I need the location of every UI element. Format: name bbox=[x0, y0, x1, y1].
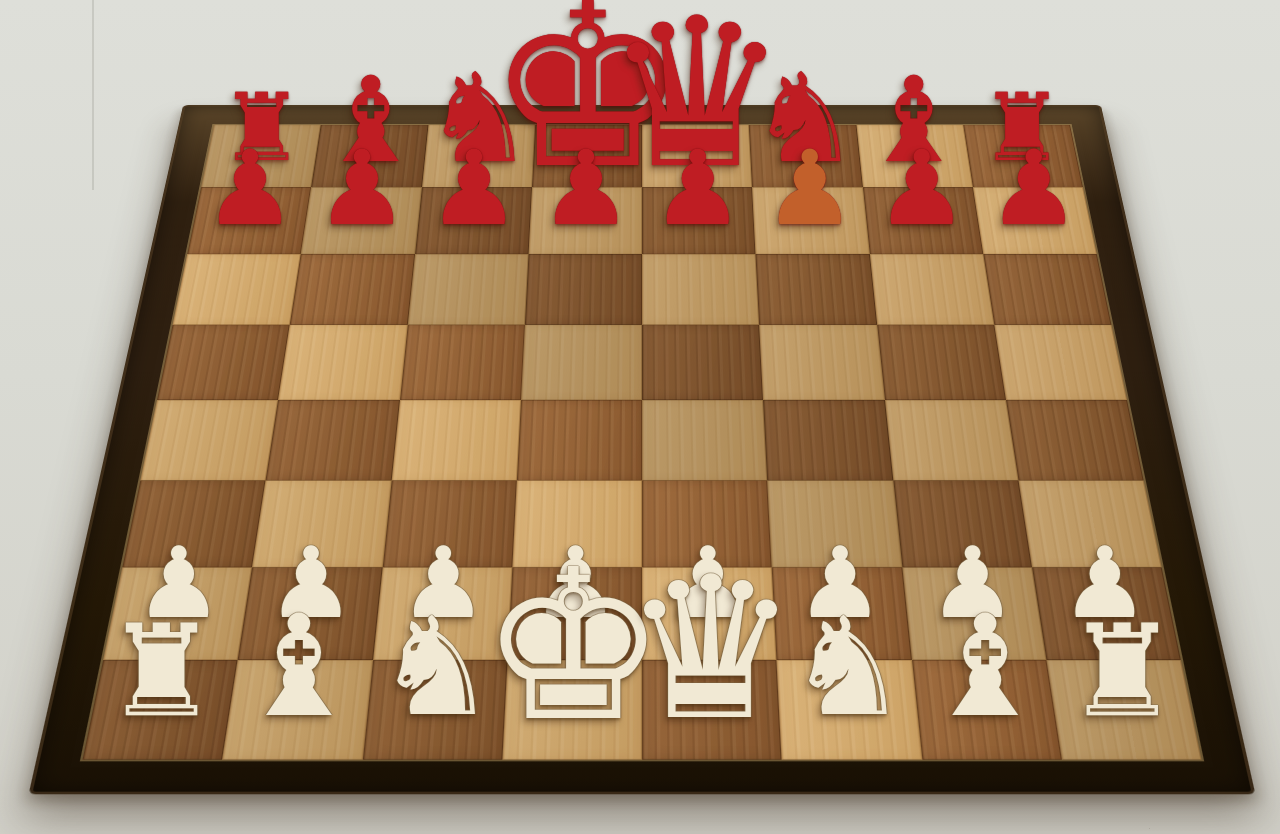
square-g6 bbox=[869, 254, 994, 325]
square-c5 bbox=[400, 325, 525, 400]
square-h6 bbox=[983, 254, 1111, 325]
square-g3 bbox=[893, 481, 1032, 567]
square-d2 bbox=[507, 567, 642, 660]
square-d8 bbox=[532, 125, 642, 188]
square-e6 bbox=[642, 254, 759, 325]
square-b4 bbox=[266, 400, 400, 481]
square-e3 bbox=[642, 481, 772, 567]
square-d1 bbox=[502, 660, 642, 760]
square-f2 bbox=[772, 567, 912, 660]
square-f5 bbox=[759, 325, 884, 400]
square-a2 bbox=[103, 567, 252, 660]
square-g5 bbox=[877, 325, 1006, 400]
square-c4 bbox=[391, 400, 521, 481]
board-scene bbox=[0, 0, 1280, 834]
square-f3 bbox=[767, 481, 901, 567]
square-a5 bbox=[157, 325, 290, 400]
chessboard-frame bbox=[29, 105, 1256, 794]
square-f6 bbox=[756, 254, 877, 325]
square-b6 bbox=[290, 254, 415, 325]
square-a1 bbox=[82, 660, 237, 760]
square-e4 bbox=[642, 400, 767, 481]
square-e1 bbox=[642, 660, 782, 760]
square-a4 bbox=[140, 400, 278, 481]
square-c6 bbox=[407, 254, 528, 325]
square-h4 bbox=[1006, 400, 1144, 481]
square-b2 bbox=[238, 567, 382, 660]
square-d4 bbox=[517, 400, 642, 481]
square-b8 bbox=[311, 125, 428, 188]
square-e5 bbox=[642, 325, 763, 400]
square-e7 bbox=[642, 187, 756, 253]
square-g7 bbox=[862, 187, 983, 253]
square-a3 bbox=[122, 481, 265, 567]
square-f4 bbox=[763, 400, 893, 481]
square-h5 bbox=[994, 325, 1127, 400]
square-h7 bbox=[973, 187, 1097, 253]
square-g8 bbox=[856, 125, 973, 188]
square-c3 bbox=[382, 481, 516, 567]
square-d5 bbox=[521, 325, 642, 400]
square-a7 bbox=[187, 187, 311, 253]
chessboard bbox=[82, 125, 1201, 760]
square-f1 bbox=[777, 660, 922, 760]
square-b1 bbox=[222, 660, 372, 760]
square-c7 bbox=[415, 187, 532, 253]
square-f8 bbox=[749, 125, 862, 188]
board-photo: ♜♝♞♚♛♞♝♜♟♟♟♟♟♟♟♟♟♟♟♟♟♟♟♟♜♝♞♚♛♞♝♜ bbox=[0, 0, 1280, 834]
square-e8 bbox=[642, 125, 752, 188]
square-g4 bbox=[885, 400, 1019, 481]
square-c1 bbox=[362, 660, 507, 760]
square-h8 bbox=[963, 125, 1083, 188]
square-c2 bbox=[373, 567, 513, 660]
square-b5 bbox=[278, 325, 407, 400]
square-a8 bbox=[201, 125, 321, 188]
square-f7 bbox=[752, 187, 869, 253]
square-c8 bbox=[422, 125, 535, 188]
square-g2 bbox=[902, 567, 1046, 660]
square-h3 bbox=[1018, 481, 1161, 567]
square-b3 bbox=[252, 481, 391, 567]
square-d7 bbox=[528, 187, 642, 253]
square-h2 bbox=[1032, 567, 1181, 660]
square-d3 bbox=[512, 481, 642, 567]
square-a6 bbox=[173, 254, 301, 325]
square-b7 bbox=[301, 187, 422, 253]
square-g1 bbox=[911, 660, 1061, 760]
square-h1 bbox=[1046, 660, 1201, 760]
square-d6 bbox=[525, 254, 642, 325]
square-e2 bbox=[642, 567, 777, 660]
